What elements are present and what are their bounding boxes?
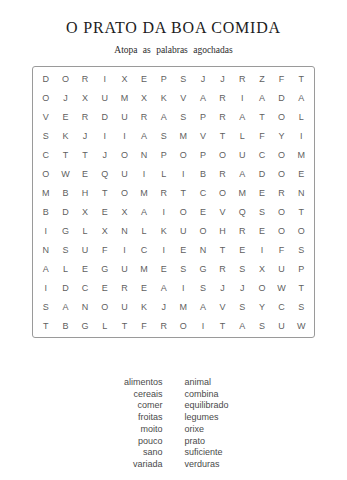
grid-cell-r9c4: X xyxy=(95,221,115,240)
grid-cell-r2c4: U xyxy=(95,88,115,107)
puzzle-title: O PRATO DA BOA COMIDA xyxy=(0,19,347,37)
grid-cell-r3c1: V xyxy=(36,107,56,126)
grid-cell-r1c13: F xyxy=(272,69,292,88)
grid-cell-r14c6: F xyxy=(134,316,154,335)
grid-cell-r12c9: S xyxy=(193,278,213,297)
worksheet-page: O PRATO DA BOA COMIDA Atopa as palabras … xyxy=(0,0,347,480)
grid-cell-r3c10: R xyxy=(213,107,233,126)
grid-cell-r3c12: T xyxy=(252,107,272,126)
grid-cell-r12c4: E xyxy=(95,278,115,297)
grid-cell-r7c12: E xyxy=(252,183,272,202)
grid-cell-r7c3: H xyxy=(75,183,95,202)
word-list-item: alimentos xyxy=(83,377,163,389)
grid-cell-r5c14: M xyxy=(291,145,311,164)
grid-cell-r14c3: G xyxy=(75,316,95,335)
grid-cell-r5c9: P xyxy=(193,145,213,164)
grid-cell-r9c7: K xyxy=(154,221,174,240)
grid-cell-r14c10: T xyxy=(213,316,233,335)
grid-cell-r3c5: U xyxy=(115,107,135,126)
grid-cell-r12c5: R xyxy=(115,278,135,297)
grid-cell-r6c12: D xyxy=(252,164,272,183)
grid-cell-r4c6: A xyxy=(134,126,154,145)
grid-cell-r4c5: I xyxy=(115,126,135,145)
grid-cell-r2c2: J xyxy=(56,88,76,107)
grid-cell-r1c11: R xyxy=(232,69,252,88)
grid-cell-r13c4: O xyxy=(95,297,115,316)
word-list-item: comer xyxy=(83,400,163,412)
grid-cell-r4c2: K xyxy=(56,126,76,145)
grid-cell-r6c2: W xyxy=(56,164,76,183)
grid-cell-r8c4: E xyxy=(95,202,115,221)
grid-cell-r6c7: L xyxy=(154,164,174,183)
grid-cell-r7c1: M xyxy=(36,183,56,202)
grid-cell-r8c7: I xyxy=(154,202,174,221)
grid-cell-r8c1: B xyxy=(36,202,56,221)
grid-cell-r9c6: L xyxy=(134,221,154,240)
grid-cell-r7c5: O xyxy=(115,183,135,202)
grid-cell-r11c13: U xyxy=(272,259,292,278)
grid-cell-r7c7: R xyxy=(154,183,174,202)
grid-cell-r2c10: R xyxy=(213,88,233,107)
word-list-item: combina xyxy=(185,389,265,401)
grid-cell-r14c7: R xyxy=(154,316,174,335)
word-list-column-left: alimentoscereaiscomerfroitasmoitopoucosa… xyxy=(83,377,163,471)
grid-cell-r4c14: I xyxy=(291,126,311,145)
grid-cell-r2c1: O xyxy=(36,88,56,107)
grid-cell-r2c7: K xyxy=(154,88,174,107)
grid-cell-r3c6: R xyxy=(134,107,154,126)
grid-cell-r14c9: I xyxy=(193,316,213,335)
grid-cell-r7c10: O xyxy=(213,183,233,202)
grid-cell-r11c10: R xyxy=(213,259,233,278)
grid-cell-r13c7: J xyxy=(154,297,174,316)
grid-cell-r8c12: S xyxy=(252,202,272,221)
grid-cell-r13c12: Y xyxy=(252,297,272,316)
grid-cell-r9c8: U xyxy=(173,221,193,240)
grid-cell-r2c14: A xyxy=(291,88,311,107)
grid-cell-r11c2: L xyxy=(56,259,76,278)
grid-cell-r4c11: L xyxy=(232,126,252,145)
grid-cell-r14c4: L xyxy=(95,316,115,335)
grid-cell-r5c6: N xyxy=(134,145,154,164)
grid-cell-r2c6: X xyxy=(134,88,154,107)
word-list-item: orixe xyxy=(185,424,265,436)
grid-cell-r6c4: Q xyxy=(95,164,115,183)
grid-cell-r5c12: C xyxy=(252,145,272,164)
grid-cell-r8c9: E xyxy=(193,202,213,221)
grid-cell-r6c1: O xyxy=(36,164,56,183)
grid-cell-r14c14: W xyxy=(291,316,311,335)
word-list-item: prato xyxy=(185,436,265,448)
grid-cell-r12c1: I xyxy=(36,278,56,297)
grid-cell-r2c8: V xyxy=(173,88,193,107)
grid-cell-r1c4: I xyxy=(95,69,115,88)
grid-cell-r7c2: B xyxy=(56,183,76,202)
grid-cell-r12c8: I xyxy=(173,278,193,297)
grid-cell-r8c5: X xyxy=(115,202,135,221)
grid-cell-r2c13: D xyxy=(272,88,292,107)
grid-cell-r1c5: X xyxy=(115,69,135,88)
word-list-item: moito xyxy=(83,424,163,436)
grid-cell-r1c6: E xyxy=(134,69,154,88)
grid-cell-r1c9: J xyxy=(193,69,213,88)
grid-cell-r14c8: O xyxy=(173,316,193,335)
grid-cell-r13c14: S xyxy=(291,297,311,316)
grid-cell-r13c3: N xyxy=(75,297,95,316)
grid-cell-r12c12: O xyxy=(252,278,272,297)
grid-cell-r3c2: E xyxy=(56,107,76,126)
grid-cell-r6c8: I xyxy=(173,164,193,183)
grid-cell-r9c13: O xyxy=(272,221,292,240)
grid-cell-r11c1: A xyxy=(36,259,56,278)
grid-cell-r12c11: J xyxy=(232,278,252,297)
grid-cell-r5c7: P xyxy=(154,145,174,164)
grid-cell-r9c1: I xyxy=(36,221,56,240)
grid-cell-r7c8: T xyxy=(173,183,193,202)
word-list-item: sano xyxy=(83,447,163,459)
grid-cell-r11c9: G xyxy=(193,259,213,278)
grid-cell-r14c12: S xyxy=(252,316,272,335)
grid-cell-r4c10: T xyxy=(213,126,233,145)
word-list-item: equilibrado xyxy=(185,400,265,412)
grid-cell-r12c2: D xyxy=(56,278,76,297)
grid-cell-r4c12: F xyxy=(252,126,272,145)
word-list-item: pouco xyxy=(83,436,163,448)
word-list-item: legumes xyxy=(185,412,265,424)
grid-cell-r6c3: E xyxy=(75,164,95,183)
grid-cell-r7c9: C xyxy=(193,183,213,202)
grid-cell-r5c1: C xyxy=(36,145,56,164)
grid-cell-r1c2: O xyxy=(56,69,76,88)
grid-cell-r1c1: D xyxy=(36,69,56,88)
grid-cell-r2c12: A xyxy=(252,88,272,107)
grid-cell-r13c2: A xyxy=(56,297,76,316)
grid-cell-r5c4: J xyxy=(95,145,115,164)
grid-cell-r14c2: B xyxy=(56,316,76,335)
grid-cell-r1c8: S xyxy=(173,69,193,88)
grid-cell-r3c11: A xyxy=(232,107,252,126)
grid-cell-r2c3: X xyxy=(75,88,95,107)
grid-cell-r7c4: T xyxy=(95,183,115,202)
grid-cell-r10c7: I xyxy=(154,240,174,259)
grid-cell-r10c3: U xyxy=(75,240,95,259)
grid-cell-r6c6: I xyxy=(134,164,154,183)
grid-cell-r11c3: E xyxy=(75,259,95,278)
grid-cell-r12c14: T xyxy=(291,278,311,297)
word-list-item: variada xyxy=(83,459,163,471)
grid-cell-r3c9: P xyxy=(193,107,213,126)
grid-cell-r7c11: M xyxy=(232,183,252,202)
grid-cell-r9c2: G xyxy=(56,221,76,240)
word-list-column-right: animalcombinaequilibradolegumesorixeprat… xyxy=(185,377,265,471)
grid-cell-r10c13: F xyxy=(272,240,292,259)
grid-cell-r11c11: S xyxy=(232,259,252,278)
grid-cell-r13c9: A xyxy=(193,297,213,316)
grid-cell-r4c9: V xyxy=(193,126,213,145)
grid-cell-r8c11: Q xyxy=(232,202,252,221)
grid-cell-r1c12: Z xyxy=(252,69,272,88)
grid-cell-r12c10: J xyxy=(213,278,233,297)
grid-cell-r14c13: U xyxy=(272,316,292,335)
grid-cell-r4c13: Y xyxy=(272,126,292,145)
grid-cell-r3c7: A xyxy=(154,107,174,126)
grid-cell-r13c8: M xyxy=(173,297,193,316)
grid-cell-r13c5: U xyxy=(115,297,135,316)
grid-cell-r12c6: E xyxy=(134,278,154,297)
grid-cell-r5c3: T xyxy=(75,145,95,164)
grid-cell-r10c12: I xyxy=(252,240,272,259)
grid-cell-r12c13: W xyxy=(272,278,292,297)
word-list-item: animal xyxy=(185,377,265,389)
grid-cell-r13c11: S xyxy=(232,297,252,316)
grid-cell-r13c1: S xyxy=(36,297,56,316)
grid-cell-r12c7: A xyxy=(154,278,174,297)
grid-cell-r11c6: M xyxy=(134,259,154,278)
grid-cell-r12c3: C xyxy=(75,278,95,297)
grid-cell-r5c10: O xyxy=(213,145,233,164)
grid-cell-r7c14: N xyxy=(291,183,311,202)
grid-cell-r11c5: U xyxy=(115,259,135,278)
grid-cell-r5c2: T xyxy=(56,145,76,164)
grid-cell-r2c9: A xyxy=(193,88,213,107)
grid-cell-r10c11: E xyxy=(232,240,252,259)
grid-cell-r1c14: T xyxy=(291,69,311,88)
grid-cell-r8c13: O xyxy=(272,202,292,221)
grid-cell-r14c1: T xyxy=(36,316,56,335)
grid-cell-r8c10: V xyxy=(213,202,233,221)
grid-cell-r6c5: U xyxy=(115,164,135,183)
grid-cell-r2c11: I xyxy=(232,88,252,107)
grid-cell-r10c4: F xyxy=(95,240,115,259)
grid-cell-r10c5: I xyxy=(115,240,135,259)
grid-cell-r3c4: D xyxy=(95,107,115,126)
grid-cell-r9c9: O xyxy=(193,221,213,240)
grid-cell-r6c13: O xyxy=(272,164,292,183)
grid-cell-r10c14: S xyxy=(291,240,311,259)
word-list: alimentoscereaiscomerfroitasmoitopoucosa… xyxy=(0,377,347,471)
grid-cell-r4c3: J xyxy=(75,126,95,145)
grid-cell-r4c7: S xyxy=(154,126,174,145)
word-list-item: cereais xyxy=(83,389,163,401)
word-list-item: suficiente xyxy=(185,447,265,459)
grid-cell-r13c6: K xyxy=(134,297,154,316)
grid-cell-r10c10: T xyxy=(213,240,233,259)
grid-cell-r8c3: X xyxy=(75,202,95,221)
grid-cell-r10c2: S xyxy=(56,240,76,259)
grid-cell-r5c13: O xyxy=(272,145,292,164)
grid-cell-r11c7: E xyxy=(154,259,174,278)
grid-cell-r1c3: R xyxy=(75,69,95,88)
grid-cell-r9c5: N xyxy=(115,221,135,240)
grid-cell-r14c11: A xyxy=(232,316,252,335)
grid-cell-r1c10: J xyxy=(213,69,233,88)
grid-cell-r6c14: E xyxy=(291,164,311,183)
grid-cell-r4c1: S xyxy=(36,126,56,145)
grid-cell-r11c14: P xyxy=(291,259,311,278)
grid-cell-r8c8: O xyxy=(173,202,193,221)
grid-cell-r8c6: A xyxy=(134,202,154,221)
grid-cell-r10c6: C xyxy=(134,240,154,259)
grid-cell-r8c14: T xyxy=(291,202,311,221)
word-list-item: froitas xyxy=(83,412,163,424)
grid-cell-r1c7: P xyxy=(154,69,174,88)
word-list-item: verduras xyxy=(185,459,265,471)
grid-cell-r5c11: U xyxy=(232,145,252,164)
grid-cell-r5c8: O xyxy=(173,145,193,164)
grid-cell-r3c8: S xyxy=(173,107,193,126)
puzzle-subtitle: Atopa as palabras agochadas xyxy=(0,45,347,55)
grid-cell-r2c5: M xyxy=(115,88,135,107)
grid-cell-r9c11: R xyxy=(232,221,252,240)
grid-cell-r4c8: M xyxy=(173,126,193,145)
grid-cell-r6c11: A xyxy=(232,164,252,183)
grid-cell-r4c4: I xyxy=(95,126,115,145)
grid-cell-r8c2: D xyxy=(56,202,76,221)
word-search-grid: DORIXEPSJJRZFTOJXUMXKVARIADAVERDURASPRAT… xyxy=(32,66,315,338)
grid-cell-r6c10: R xyxy=(213,164,233,183)
grid-cell-r13c13: C xyxy=(272,297,292,316)
grid-cell-r10c9: N xyxy=(193,240,213,259)
grid-cell-r6c9: B xyxy=(193,164,213,183)
grid-cell-r10c8: E xyxy=(173,240,193,259)
grid-cell-r3c13: O xyxy=(272,107,292,126)
grid-cell-r11c4: G xyxy=(95,259,115,278)
grid-cell-r13c10: V xyxy=(213,297,233,316)
grid-cell-r11c12: X xyxy=(252,259,272,278)
grid-cell-r3c3: R xyxy=(75,107,95,126)
grid-cell-r11c8: S xyxy=(173,259,193,278)
grid-cell-r9c10: H xyxy=(213,221,233,240)
grid-cell-r14c5: T xyxy=(115,316,135,335)
grid-cell-r9c14: O xyxy=(291,221,311,240)
grid-cell-r9c3: L xyxy=(75,221,95,240)
grid-cell-r9c12: E xyxy=(252,221,272,240)
grid-cell-r10c1: N xyxy=(36,240,56,259)
grid-cell-r3c14: L xyxy=(291,107,311,126)
grid-cell-r7c13: R xyxy=(272,183,292,202)
grid-cell-r7c6: M xyxy=(134,183,154,202)
grid-cell-r5c5: O xyxy=(115,145,135,164)
